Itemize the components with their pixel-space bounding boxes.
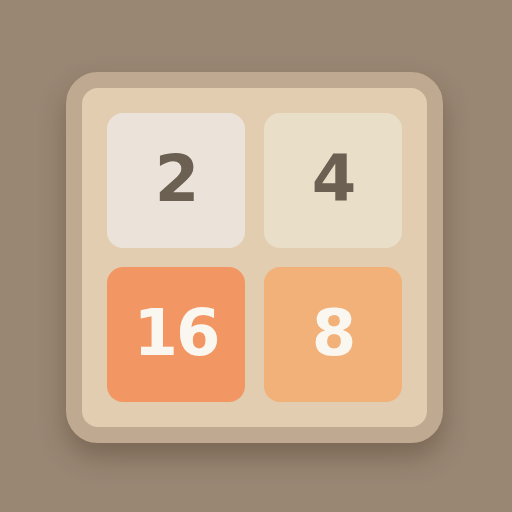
page-background: 2 4 16 8 xyxy=(0,0,512,512)
tile-value-r0c0: 2 xyxy=(155,147,198,211)
tile-r1c1[interactable]: 8 xyxy=(264,267,402,402)
tile-r0c1[interactable]: 4 xyxy=(264,113,402,248)
tile-value-r0c1: 4 xyxy=(312,147,355,211)
game-board[interactable]: 2 4 16 8 xyxy=(66,72,443,443)
tile-grid: 2 4 16 8 xyxy=(82,88,427,427)
tile-r0c0[interactable]: 2 xyxy=(107,113,245,248)
tile-value-r1c0: 16 xyxy=(133,301,218,365)
tile-value-r1c1: 8 xyxy=(312,301,355,365)
tile-r1c0[interactable]: 16 xyxy=(107,267,245,402)
